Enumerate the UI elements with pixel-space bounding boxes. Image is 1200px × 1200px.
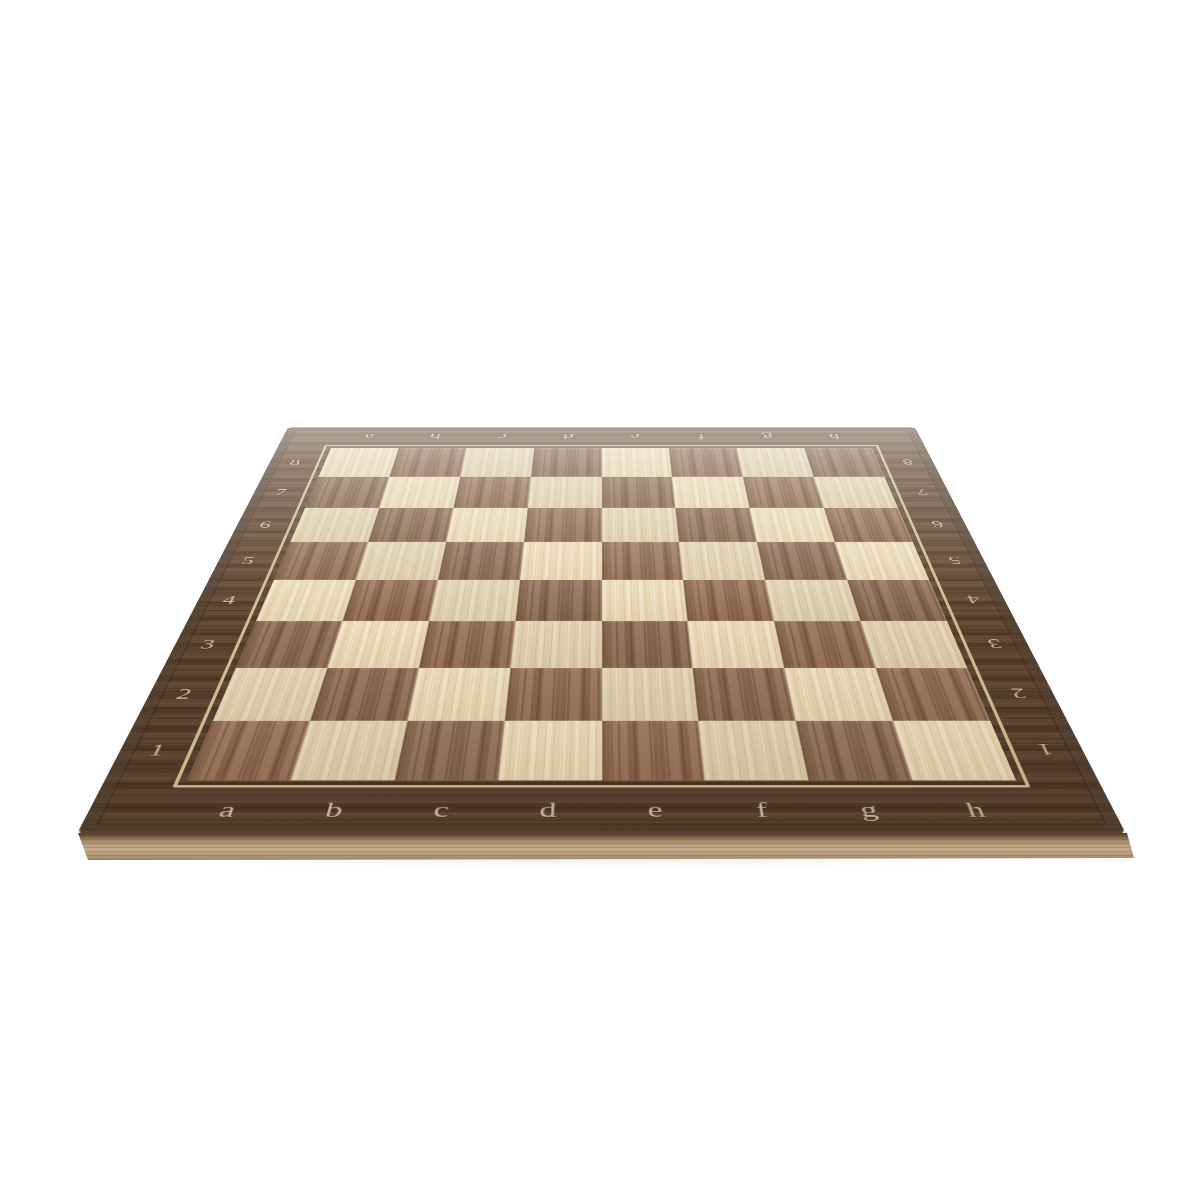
chessboard-scene: abcdefgh abcdefgh 87654321 87654321 — [209, 187, 994, 972]
square-e3 — [602, 621, 693, 668]
square-b5 — [356, 542, 446, 580]
square-e4 — [602, 580, 688, 622]
square-d3 — [510, 621, 601, 668]
square-d1 — [498, 721, 602, 781]
square-c5 — [438, 542, 524, 580]
square-a6 — [290, 508, 379, 542]
square-g7 — [743, 477, 824, 508]
square-e1 — [602, 721, 706, 781]
square-h5 — [835, 542, 929, 580]
square-g5 — [757, 542, 847, 580]
square-d8 — [531, 448, 602, 476]
square-b7 — [379, 477, 460, 508]
square-f6 — [676, 508, 757, 542]
square-f2 — [693, 668, 796, 721]
square-f7 — [672, 477, 749, 508]
square-d4 — [515, 580, 601, 622]
chessboard: abcdefgh abcdefgh 87654321 87654321 — [77, 427, 1126, 833]
square-d6 — [524, 508, 602, 542]
product-photo-background: abcdefgh abcdefgh 87654321 87654321 — [0, 0, 1200, 1200]
square-g1 — [796, 721, 913, 781]
square-c3 — [419, 621, 516, 668]
square-f8 — [669, 448, 743, 476]
square-g4 — [765, 580, 860, 622]
square-c6 — [446, 508, 527, 542]
square-g3 — [774, 621, 876, 668]
square-a4 — [256, 580, 356, 622]
square-h6 — [824, 508, 913, 542]
square-b8 — [389, 448, 466, 476]
square-d2 — [504, 668, 601, 721]
square-e6 — [602, 508, 680, 542]
square-d7 — [527, 477, 601, 508]
square-e2 — [602, 668, 699, 721]
square-g2 — [784, 668, 893, 721]
square-g8 — [737, 448, 814, 476]
square-b1 — [291, 721, 408, 781]
square-c8 — [460, 448, 534, 476]
square-e5 — [602, 542, 684, 580]
square-f4 — [683, 580, 774, 622]
square-b6 — [368, 508, 453, 542]
square-f5 — [679, 542, 765, 580]
square-b3 — [327, 621, 429, 668]
square-h8 — [804, 448, 884, 476]
square-c4 — [429, 580, 520, 622]
square-c2 — [407, 668, 510, 721]
square-f3 — [688, 621, 785, 668]
square-b4 — [342, 580, 437, 622]
square-c1 — [394, 721, 504, 781]
square-a3 — [236, 621, 343, 668]
square-h4 — [847, 580, 947, 622]
square-a5 — [274, 542, 368, 580]
square-a7 — [305, 477, 389, 508]
square-d5 — [520, 542, 602, 580]
square-f1 — [699, 721, 809, 781]
square-g6 — [750, 508, 835, 542]
square-c7 — [453, 477, 530, 508]
square-e7 — [602, 477, 676, 508]
square-b2 — [310, 668, 419, 721]
playing-field — [187, 448, 1016, 780]
square-h7 — [814, 477, 898, 508]
square-e8 — [602, 448, 673, 476]
square-a8 — [319, 448, 399, 476]
